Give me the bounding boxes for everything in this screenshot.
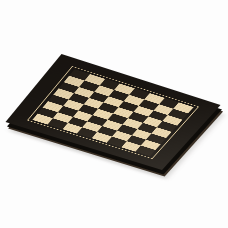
product-photo-stage: [0, 0, 228, 228]
